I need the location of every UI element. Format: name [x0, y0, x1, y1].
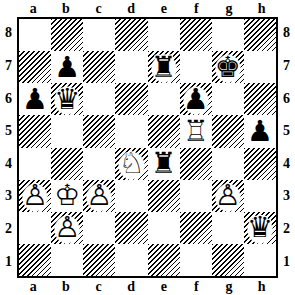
square-e1[interactable]	[148, 244, 180, 276]
square-h1[interactable]	[244, 244, 276, 276]
piece-white-pawn-g3[interactable]: ♙	[212, 180, 244, 212]
square-a4[interactable]	[19, 148, 51, 180]
piece-white-king-b3[interactable]: ♔	[51, 180, 83, 212]
square-h4[interactable]	[244, 148, 276, 180]
square-b4[interactable]	[51, 148, 83, 180]
rank-label-1-left: 1	[0, 245, 17, 278]
rank-labels-right: 87654321	[278, 17, 295, 278]
square-e6[interactable]	[148, 83, 180, 115]
square-a6[interactable]: ♟	[19, 83, 51, 115]
square-a1[interactable]	[19, 244, 51, 276]
square-c4[interactable]	[83, 148, 115, 180]
piece-black-pawn-b7[interactable]: ♟	[51, 51, 83, 83]
square-c6[interactable]	[83, 83, 115, 115]
file-label-e-top: e	[148, 0, 181, 17]
square-b7[interactable]: ♟	[51, 51, 83, 83]
rank-label-8-left: 8	[0, 17, 17, 50]
square-e2[interactable]	[148, 212, 180, 244]
file-label-h-bottom: h	[245, 278, 278, 295]
square-g4[interactable]	[212, 148, 244, 180]
square-a8[interactable]	[19, 19, 51, 51]
square-c7[interactable]	[83, 51, 115, 83]
square-d7[interactable]	[115, 51, 147, 83]
file-label-f-top: f	[180, 0, 213, 17]
square-h8[interactable]	[244, 19, 276, 51]
square-d3[interactable]	[115, 180, 147, 212]
piece-black-king-g7[interactable]: ♚	[212, 51, 244, 83]
square-h2[interactable]: ♛	[244, 212, 276, 244]
rank-label-3-right: 3	[278, 180, 295, 213]
file-label-g-bottom: g	[213, 278, 246, 295]
piece-black-pawn-h5[interactable]: ♟	[244, 115, 276, 147]
square-b6[interactable]: ♛	[51, 83, 83, 115]
square-c2[interactable]	[83, 212, 115, 244]
piece-black-pawn-a6[interactable]: ♟	[19, 83, 51, 115]
file-label-d-bottom: d	[115, 278, 148, 295]
square-h7[interactable]	[244, 51, 276, 83]
file-label-b-top: b	[50, 0, 83, 17]
rank-label-7-right: 7	[278, 50, 295, 83]
rank-label-2-left: 2	[0, 213, 17, 246]
square-f6[interactable]: ♟	[180, 83, 212, 115]
square-e8[interactable]	[148, 19, 180, 51]
square-d6[interactable]	[115, 83, 147, 115]
square-h3[interactable]	[244, 180, 276, 212]
piece-black-rook-e4[interactable]: ♜	[148, 148, 180, 180]
piece-white-pawn-b2[interactable]: ♙	[51, 212, 83, 244]
rank-label-3-left: 3	[0, 180, 17, 213]
square-g3[interactable]: ♙	[212, 180, 244, 212]
file-label-a-top: a	[17, 0, 50, 17]
rank-label-7-left: 7	[0, 50, 17, 83]
square-a3[interactable]: ♙	[19, 180, 51, 212]
square-e4[interactable]: ♜	[148, 148, 180, 180]
square-b1[interactable]	[51, 244, 83, 276]
chess-diagram: abcdefgh 87654321 ♟♜♚♟♛♟♖♟♘♜♙♔♙♙♙♛ 87654…	[0, 0, 295, 295]
square-g8[interactable]	[212, 19, 244, 51]
square-a2[interactable]	[19, 212, 51, 244]
square-b3[interactable]: ♔	[51, 180, 83, 212]
square-h6[interactable]	[244, 83, 276, 115]
piece-white-rook-f5[interactable]: ♖	[180, 115, 212, 147]
rank-label-8-right: 8	[278, 17, 295, 50]
square-e3[interactable]	[148, 180, 180, 212]
file-label-c-top: c	[82, 0, 115, 17]
square-d4[interactable]: ♘	[115, 148, 147, 180]
file-label-h-top: h	[245, 0, 278, 17]
square-g2[interactable]	[212, 212, 244, 244]
square-d1[interactable]	[115, 244, 147, 276]
square-f4[interactable]	[180, 148, 212, 180]
piece-white-pawn-c3[interactable]: ♙	[83, 180, 115, 212]
square-g7[interactable]: ♚	[212, 51, 244, 83]
square-d8[interactable]	[115, 19, 147, 51]
square-g6[interactable]	[212, 83, 244, 115]
square-g1[interactable]	[212, 244, 244, 276]
square-f3[interactable]	[180, 180, 212, 212]
rank-label-6-left: 6	[0, 82, 17, 115]
square-b2[interactable]: ♙	[51, 212, 83, 244]
square-a5[interactable]	[19, 115, 51, 147]
square-e5[interactable]	[148, 115, 180, 147]
square-a7[interactable]	[19, 51, 51, 83]
square-h5[interactable]: ♟	[244, 115, 276, 147]
piece-black-rook-e7[interactable]: ♜	[148, 51, 180, 83]
square-d2[interactable]	[115, 212, 147, 244]
square-g5[interactable]	[212, 115, 244, 147]
square-b8[interactable]	[51, 19, 83, 51]
rank-labels-left: 87654321	[0, 17, 17, 278]
rank-label-6-right: 6	[278, 82, 295, 115]
file-label-a-bottom: a	[17, 278, 50, 295]
square-b5[interactable]	[51, 115, 83, 147]
chess-board: ♟♜♚♟♛♟♖♟♘♜♙♔♙♙♙♛	[17, 17, 278, 278]
file-label-f-bottom: f	[180, 278, 213, 295]
file-labels-bottom: abcdefgh	[17, 278, 278, 295]
file-label-e-bottom: e	[148, 278, 181, 295]
square-d5[interactable]	[115, 115, 147, 147]
file-label-g-top: g	[213, 0, 246, 17]
rank-label-5-right: 5	[278, 115, 295, 148]
file-label-c-bottom: c	[82, 278, 115, 295]
piece-white-pawn-a3[interactable]: ♙	[19, 180, 51, 212]
piece-black-queen-b6[interactable]: ♛	[51, 83, 83, 115]
rank-label-1-right: 1	[278, 245, 295, 278]
square-f8[interactable]	[180, 19, 212, 51]
piece-black-queen-h2[interactable]: ♛	[244, 212, 276, 244]
rank-label-4-left: 4	[0, 148, 17, 181]
rank-label-2-right: 2	[278, 213, 295, 246]
square-f7[interactable]	[180, 51, 212, 83]
piece-black-pawn-f6[interactable]: ♟	[180, 83, 212, 115]
square-c1[interactable]	[83, 244, 115, 276]
square-f5[interactable]: ♖	[180, 115, 212, 147]
file-label-b-bottom: b	[50, 278, 83, 295]
rank-label-4-right: 4	[278, 148, 295, 181]
piece-white-knight-d4[interactable]: ♘	[115, 148, 147, 180]
square-c8[interactable]	[83, 19, 115, 51]
square-f1[interactable]	[180, 244, 212, 276]
square-f2[interactable]	[180, 212, 212, 244]
file-label-d-top: d	[115, 0, 148, 17]
square-e7[interactable]: ♜	[148, 51, 180, 83]
square-c3[interactable]: ♙	[83, 180, 115, 212]
rank-label-5-left: 5	[0, 115, 17, 148]
file-labels-top: abcdefgh	[17, 0, 278, 17]
square-c5[interactable]	[83, 115, 115, 147]
